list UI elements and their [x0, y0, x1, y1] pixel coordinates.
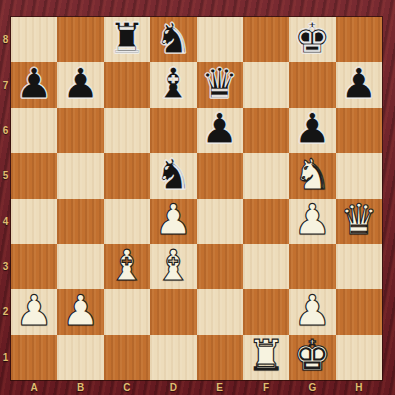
square-g2[interactable]: ♟	[289, 289, 335, 334]
square-g1[interactable]: ♚	[289, 335, 335, 380]
square-h3[interactable]	[336, 244, 382, 289]
square-f1[interactable]: ♜	[243, 335, 289, 380]
square-h6[interactable]	[336, 108, 382, 153]
file-label-f: F	[243, 380, 289, 395]
square-b6[interactable]	[57, 108, 103, 153]
square-g5[interactable]: ♞	[289, 153, 335, 198]
square-d2[interactable]	[150, 289, 196, 334]
piece-black-queen[interactable]: ♛	[201, 62, 239, 106]
rank-labels: 87654321	[0, 17, 11, 380]
square-c2[interactable]	[104, 289, 150, 334]
square-e2[interactable]	[197, 289, 243, 334]
square-b3[interactable]	[57, 244, 103, 289]
file-label-b: B	[57, 380, 103, 395]
chess-board: ♜♞♚♟♟♝♛♟♟♟♞♞♟♟♛♝♝♟♟♟♜♚	[11, 17, 382, 380]
square-f6[interactable]	[243, 108, 289, 153]
square-c7[interactable]	[104, 62, 150, 107]
square-c6[interactable]	[104, 108, 150, 153]
rank-label-4: 4	[0, 199, 11, 244]
square-d3[interactable]: ♝	[150, 244, 196, 289]
square-a5[interactable]	[11, 153, 57, 198]
piece-white-pawn[interactable]: ♟	[294, 289, 332, 333]
square-h5[interactable]	[336, 153, 382, 198]
piece-white-pawn[interactable]: ♟	[294, 199, 332, 243]
file-label-h: H	[336, 380, 382, 395]
file-label-c: C	[104, 380, 150, 395]
piece-black-knight[interactable]: ♞	[154, 17, 192, 61]
square-d4[interactable]: ♟	[150, 199, 196, 244]
chess-board-frame: ♜♞♚♟♟♝♛♟♟♟♞♞♟♟♛♝♝♟♟♟♜♚ 87654321 ABCDEFGH	[0, 0, 395, 395]
square-b5[interactable]	[57, 153, 103, 198]
square-b1[interactable]	[57, 335, 103, 380]
square-b7[interactable]: ♟	[57, 62, 103, 107]
square-c3[interactable]: ♝	[104, 244, 150, 289]
piece-black-knight[interactable]: ♞	[154, 153, 192, 197]
rank-label-3: 3	[0, 244, 11, 289]
square-f3[interactable]	[243, 244, 289, 289]
square-e4[interactable]	[197, 199, 243, 244]
file-label-a: A	[11, 380, 57, 395]
piece-black-pawn[interactable]: ♟	[62, 62, 100, 106]
file-label-e: E	[197, 380, 243, 395]
square-c8[interactable]: ♜	[104, 17, 150, 62]
square-f5[interactable]	[243, 153, 289, 198]
square-e7[interactable]: ♛	[197, 62, 243, 107]
square-b4[interactable]	[57, 199, 103, 244]
square-d1[interactable]	[150, 335, 196, 380]
rank-label-2: 2	[0, 289, 11, 334]
square-b2[interactable]: ♟	[57, 289, 103, 334]
square-a8[interactable]	[11, 17, 57, 62]
square-e6[interactable]: ♟	[197, 108, 243, 153]
piece-black-rook[interactable]: ♜	[108, 17, 146, 61]
square-d8[interactable]: ♞	[150, 17, 196, 62]
square-e1[interactable]	[197, 335, 243, 380]
square-g6[interactable]: ♟	[289, 108, 335, 153]
rank-label-7: 7	[0, 62, 11, 107]
square-e3[interactable]	[197, 244, 243, 289]
piece-black-pawn[interactable]: ♟	[340, 62, 378, 106]
rank-label-1: 1	[0, 335, 11, 380]
rank-label-5: 5	[0, 153, 11, 198]
square-h4[interactable]: ♛	[336, 199, 382, 244]
square-f4[interactable]	[243, 199, 289, 244]
piece-black-king[interactable]: ♚	[294, 17, 332, 61]
rank-label-8: 8	[0, 17, 11, 62]
piece-white-pawn[interactable]: ♟	[62, 289, 100, 333]
square-f2[interactable]	[243, 289, 289, 334]
piece-black-bishop[interactable]: ♝	[154, 62, 192, 106]
square-a7[interactable]: ♟	[11, 62, 57, 107]
square-d6[interactable]	[150, 108, 196, 153]
piece-black-pawn[interactable]: ♟	[15, 62, 53, 106]
square-g4[interactable]: ♟	[289, 199, 335, 244]
square-g3[interactable]	[289, 244, 335, 289]
square-g7[interactable]	[289, 62, 335, 107]
square-b8[interactable]	[57, 17, 103, 62]
piece-white-queen[interactable]: ♛	[340, 199, 378, 243]
piece-white-king[interactable]: ♚	[294, 335, 332, 379]
file-labels: ABCDEFGH	[11, 380, 382, 395]
square-a2[interactable]: ♟	[11, 289, 57, 334]
piece-white-bishop[interactable]: ♝	[154, 244, 192, 288]
square-f7[interactable]	[243, 62, 289, 107]
square-c5[interactable]	[104, 153, 150, 198]
square-a3[interactable]	[11, 244, 57, 289]
square-h2[interactable]	[336, 289, 382, 334]
rank-label-6: 6	[0, 108, 11, 153]
square-d5[interactable]: ♞	[150, 153, 196, 198]
piece-white-bishop[interactable]: ♝	[108, 244, 146, 288]
square-a1[interactable]	[11, 335, 57, 380]
piece-white-knight[interactable]: ♞	[294, 153, 332, 197]
file-label-g: G	[289, 380, 335, 395]
square-a6[interactable]	[11, 108, 57, 153]
square-c1[interactable]	[104, 335, 150, 380]
square-g8[interactable]: ♚	[289, 17, 335, 62]
square-f8[interactable]	[243, 17, 289, 62]
square-h7[interactable]: ♟	[336, 62, 382, 107]
square-e5[interactable]	[197, 153, 243, 198]
piece-white-pawn[interactable]: ♟	[154, 199, 192, 243]
square-e8[interactable]	[197, 17, 243, 62]
file-label-d: D	[150, 380, 196, 395]
piece-black-pawn[interactable]: ♟	[201, 108, 239, 152]
square-c4[interactable]	[104, 199, 150, 244]
square-a4[interactable]	[11, 199, 57, 244]
square-d7[interactable]: ♝	[150, 62, 196, 107]
square-h8[interactable]	[336, 17, 382, 62]
piece-white-rook[interactable]: ♜	[247, 335, 285, 379]
piece-black-pawn[interactable]: ♟	[294, 108, 332, 152]
piece-white-pawn[interactable]: ♟	[15, 289, 53, 333]
square-h1[interactable]	[336, 335, 382, 380]
